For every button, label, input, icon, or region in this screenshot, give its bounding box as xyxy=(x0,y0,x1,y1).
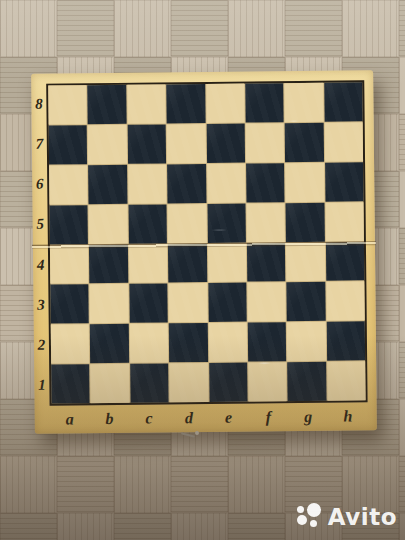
file-label-c: c xyxy=(129,407,169,429)
square-b5 xyxy=(89,204,128,243)
square-e6 xyxy=(207,163,246,202)
square-h8 xyxy=(324,82,363,121)
floor-tile xyxy=(399,285,405,342)
rank-label-6: 6 xyxy=(32,164,47,204)
file-label-f: f xyxy=(248,406,288,428)
square-c6 xyxy=(128,164,167,203)
square-b6 xyxy=(88,165,127,204)
square-h7 xyxy=(324,122,363,161)
square-c3 xyxy=(129,284,168,323)
square-d3 xyxy=(168,283,207,322)
square-g2 xyxy=(287,322,326,361)
rank-label-4: 4 xyxy=(33,245,48,285)
floor-tile xyxy=(399,399,405,456)
floor-tile xyxy=(399,342,405,399)
square-e2 xyxy=(208,323,247,362)
rank-label-2: 2 xyxy=(34,325,49,365)
square-b4 xyxy=(89,244,128,283)
floor-tile xyxy=(399,513,405,540)
square-g7 xyxy=(285,123,324,162)
square-g6 xyxy=(285,162,324,201)
square-a5 xyxy=(50,205,89,244)
square-e5 xyxy=(207,203,246,242)
square-a6 xyxy=(49,165,88,204)
square-g8 xyxy=(284,83,323,122)
floor-tile xyxy=(114,456,171,513)
square-h5 xyxy=(325,202,364,241)
floor-tile xyxy=(399,456,405,513)
square-f2 xyxy=(248,322,287,361)
file-label-a: a xyxy=(50,408,90,430)
square-d4 xyxy=(168,243,207,282)
floor-tile xyxy=(0,456,57,513)
square-f8 xyxy=(245,83,284,122)
square-a4 xyxy=(50,245,89,284)
square-d2 xyxy=(169,323,208,362)
floor-tile xyxy=(399,228,405,285)
file-labels: abcdefgh xyxy=(50,405,368,430)
floor-tile xyxy=(399,57,405,114)
floor-tile xyxy=(399,114,405,171)
file-label-b: b xyxy=(89,408,129,430)
floor-tile xyxy=(171,513,228,540)
square-e1 xyxy=(209,363,248,402)
square-d1 xyxy=(169,363,208,402)
rank-label-7: 7 xyxy=(32,124,47,164)
square-g4 xyxy=(286,242,325,281)
square-a8 xyxy=(48,85,87,124)
square-c2 xyxy=(130,324,169,363)
floor-tile xyxy=(114,0,171,57)
square-d7 xyxy=(167,124,206,163)
floor-tile xyxy=(0,0,57,57)
floor-tile xyxy=(399,171,405,228)
square-f3 xyxy=(247,283,286,322)
square-h6 xyxy=(325,162,364,201)
square-a2 xyxy=(51,324,90,363)
file-label-d: d xyxy=(169,407,209,429)
floor-tile xyxy=(57,513,114,540)
file-label-g: g xyxy=(288,406,328,428)
clasp-hook xyxy=(181,431,199,439)
square-f6 xyxy=(246,163,285,202)
square-f7 xyxy=(246,123,285,162)
rank-label-5: 5 xyxy=(32,204,47,244)
square-e3 xyxy=(208,283,247,322)
square-e8 xyxy=(206,84,245,123)
square-c1 xyxy=(130,364,169,403)
square-b3 xyxy=(90,284,129,323)
floor-tile xyxy=(0,513,57,540)
square-h4 xyxy=(326,242,365,281)
chess-board: 87654321 abcdefgh xyxy=(31,70,377,434)
clasp-pin xyxy=(195,431,199,435)
square-g3 xyxy=(287,282,326,321)
square-h2 xyxy=(326,322,365,361)
floor-tile xyxy=(171,0,228,57)
rank-label-3: 3 xyxy=(33,285,48,325)
clasp-bar xyxy=(181,432,195,437)
square-d8 xyxy=(166,84,205,123)
square-e4 xyxy=(207,243,246,282)
listing-photo: 87654321 abcdefgh Avito xyxy=(0,0,405,540)
avito-watermark: Avito xyxy=(296,503,397,530)
square-a1 xyxy=(51,364,90,403)
floor-tile xyxy=(57,0,114,57)
floor-tile xyxy=(228,0,285,57)
floor-tile xyxy=(57,456,114,513)
rank-label-1: 1 xyxy=(34,365,49,405)
square-h3 xyxy=(326,282,365,321)
square-f4 xyxy=(247,243,286,282)
square-b8 xyxy=(88,85,127,124)
square-c5 xyxy=(128,204,167,243)
watermark-text: Avito xyxy=(328,504,397,530)
square-h1 xyxy=(327,361,366,400)
floor-tile xyxy=(228,456,285,513)
avito-logo-icon xyxy=(296,503,323,530)
square-g1 xyxy=(287,362,326,401)
square-e7 xyxy=(206,123,245,162)
floor-tile xyxy=(399,0,405,57)
square-c7 xyxy=(127,124,166,163)
square-f1 xyxy=(248,362,287,401)
file-label-e: e xyxy=(209,407,249,429)
square-b7 xyxy=(88,125,127,164)
square-a7 xyxy=(49,125,88,164)
rank-label-8: 8 xyxy=(31,84,46,124)
square-c4 xyxy=(129,244,168,283)
square-c8 xyxy=(127,84,166,123)
floor-tile xyxy=(171,456,228,513)
square-b1 xyxy=(91,364,130,403)
file-label-h: h xyxy=(328,405,368,427)
square-b2 xyxy=(90,324,129,363)
floor-tile xyxy=(228,513,285,540)
square-a3 xyxy=(50,285,89,324)
square-f5 xyxy=(246,203,285,242)
floor-tile xyxy=(114,513,171,540)
square-g5 xyxy=(286,202,325,241)
floor-tile xyxy=(285,0,342,57)
square-d6 xyxy=(167,164,206,203)
square-d5 xyxy=(168,204,207,243)
floor-tile xyxy=(342,0,399,57)
